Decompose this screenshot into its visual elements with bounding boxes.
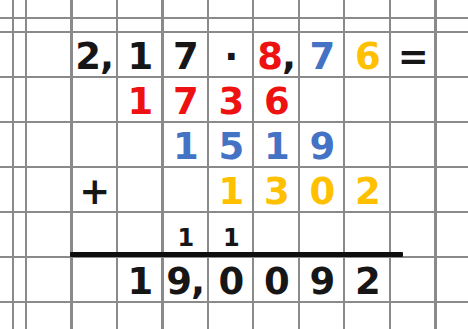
glyph: 1 bbox=[127, 83, 152, 120]
glyph: 8 bbox=[257, 38, 282, 75]
partial3-digit: 2 bbox=[345, 167, 391, 212]
glyph: 1 bbox=[127, 38, 152, 75]
glyph: 6 bbox=[264, 83, 289, 120]
partial2-digit: 1 bbox=[254, 122, 300, 167]
glyph: 0 bbox=[264, 263, 289, 300]
glyph: 0 bbox=[218, 263, 243, 300]
multiplicand-digit: 1 bbox=[117, 32, 163, 77]
result-digit: 9, bbox=[163, 257, 209, 302]
result-digit: 2 bbox=[345, 257, 391, 302]
partial3-digit: 0 bbox=[299, 167, 345, 212]
glyph: 6 bbox=[355, 38, 380, 75]
glyph: + bbox=[79, 173, 109, 210]
partial2-digit: 1 bbox=[163, 122, 209, 167]
glyph: 2 bbox=[355, 173, 380, 210]
carry-digit: 1 bbox=[208, 212, 254, 257]
glyph: 9 bbox=[309, 128, 334, 165]
glyph: 2 bbox=[355, 263, 380, 300]
partial2-digit: 9 bbox=[299, 122, 345, 167]
sum-line bbox=[70, 252, 403, 257]
result-digit: 0 bbox=[208, 257, 254, 302]
glyph: 0 bbox=[309, 173, 334, 210]
partial1-digit: 3 bbox=[208, 77, 254, 122]
glyph: 9 bbox=[309, 263, 334, 300]
equals-sign: = bbox=[390, 32, 436, 77]
partial1-digit: 7 bbox=[163, 77, 209, 122]
partial3-digit: 1 bbox=[208, 167, 254, 212]
multiplicand-int-digit: 2, bbox=[72, 32, 118, 77]
glyph: 2, bbox=[75, 38, 113, 75]
glyph: , bbox=[282, 38, 295, 75]
glyph: 7 bbox=[173, 83, 198, 120]
multiplier-digit-6: 6 bbox=[345, 32, 391, 77]
partial2-digit: 5 bbox=[208, 122, 254, 167]
result-digit: 1 bbox=[117, 257, 163, 302]
glyph: 7 bbox=[309, 38, 334, 75]
glyph: 7 bbox=[173, 38, 198, 75]
glyph: 1 bbox=[127, 263, 152, 300]
multiplicand-digit: 7 bbox=[163, 32, 209, 77]
partial3-digit: 3 bbox=[254, 167, 300, 212]
glyph: 3 bbox=[264, 173, 289, 210]
glyph: 1 bbox=[218, 173, 243, 210]
partial1-digit: 1 bbox=[117, 77, 163, 122]
multiplier-digit-8: 8, bbox=[254, 32, 300, 77]
glyph: · bbox=[224, 38, 237, 75]
glyph: 1 bbox=[264, 128, 289, 165]
squared-paper-board: 2,17·8,76=17361519+13021119,0092 bbox=[0, 0, 468, 329]
glyph: 1 bbox=[223, 226, 239, 250]
result-digit: 0 bbox=[254, 257, 300, 302]
glyph: 3 bbox=[218, 83, 243, 120]
glyph: 5 bbox=[218, 128, 243, 165]
glyph: 9, bbox=[166, 263, 204, 300]
carry-digit: 1 bbox=[163, 212, 209, 257]
glyph: 1 bbox=[173, 128, 198, 165]
partial1-digit: 6 bbox=[254, 77, 300, 122]
multiply-dot: · bbox=[208, 32, 254, 77]
multiplier-digit-7: 7 bbox=[299, 32, 345, 77]
glyph: 1 bbox=[177, 226, 193, 250]
plus-sign: + bbox=[72, 167, 118, 212]
result-digit: 9 bbox=[299, 257, 345, 302]
multiplication-grid: 2,17·8,76=17361519+13021119,0092 bbox=[0, 0, 468, 329]
glyph: = bbox=[398, 38, 428, 75]
